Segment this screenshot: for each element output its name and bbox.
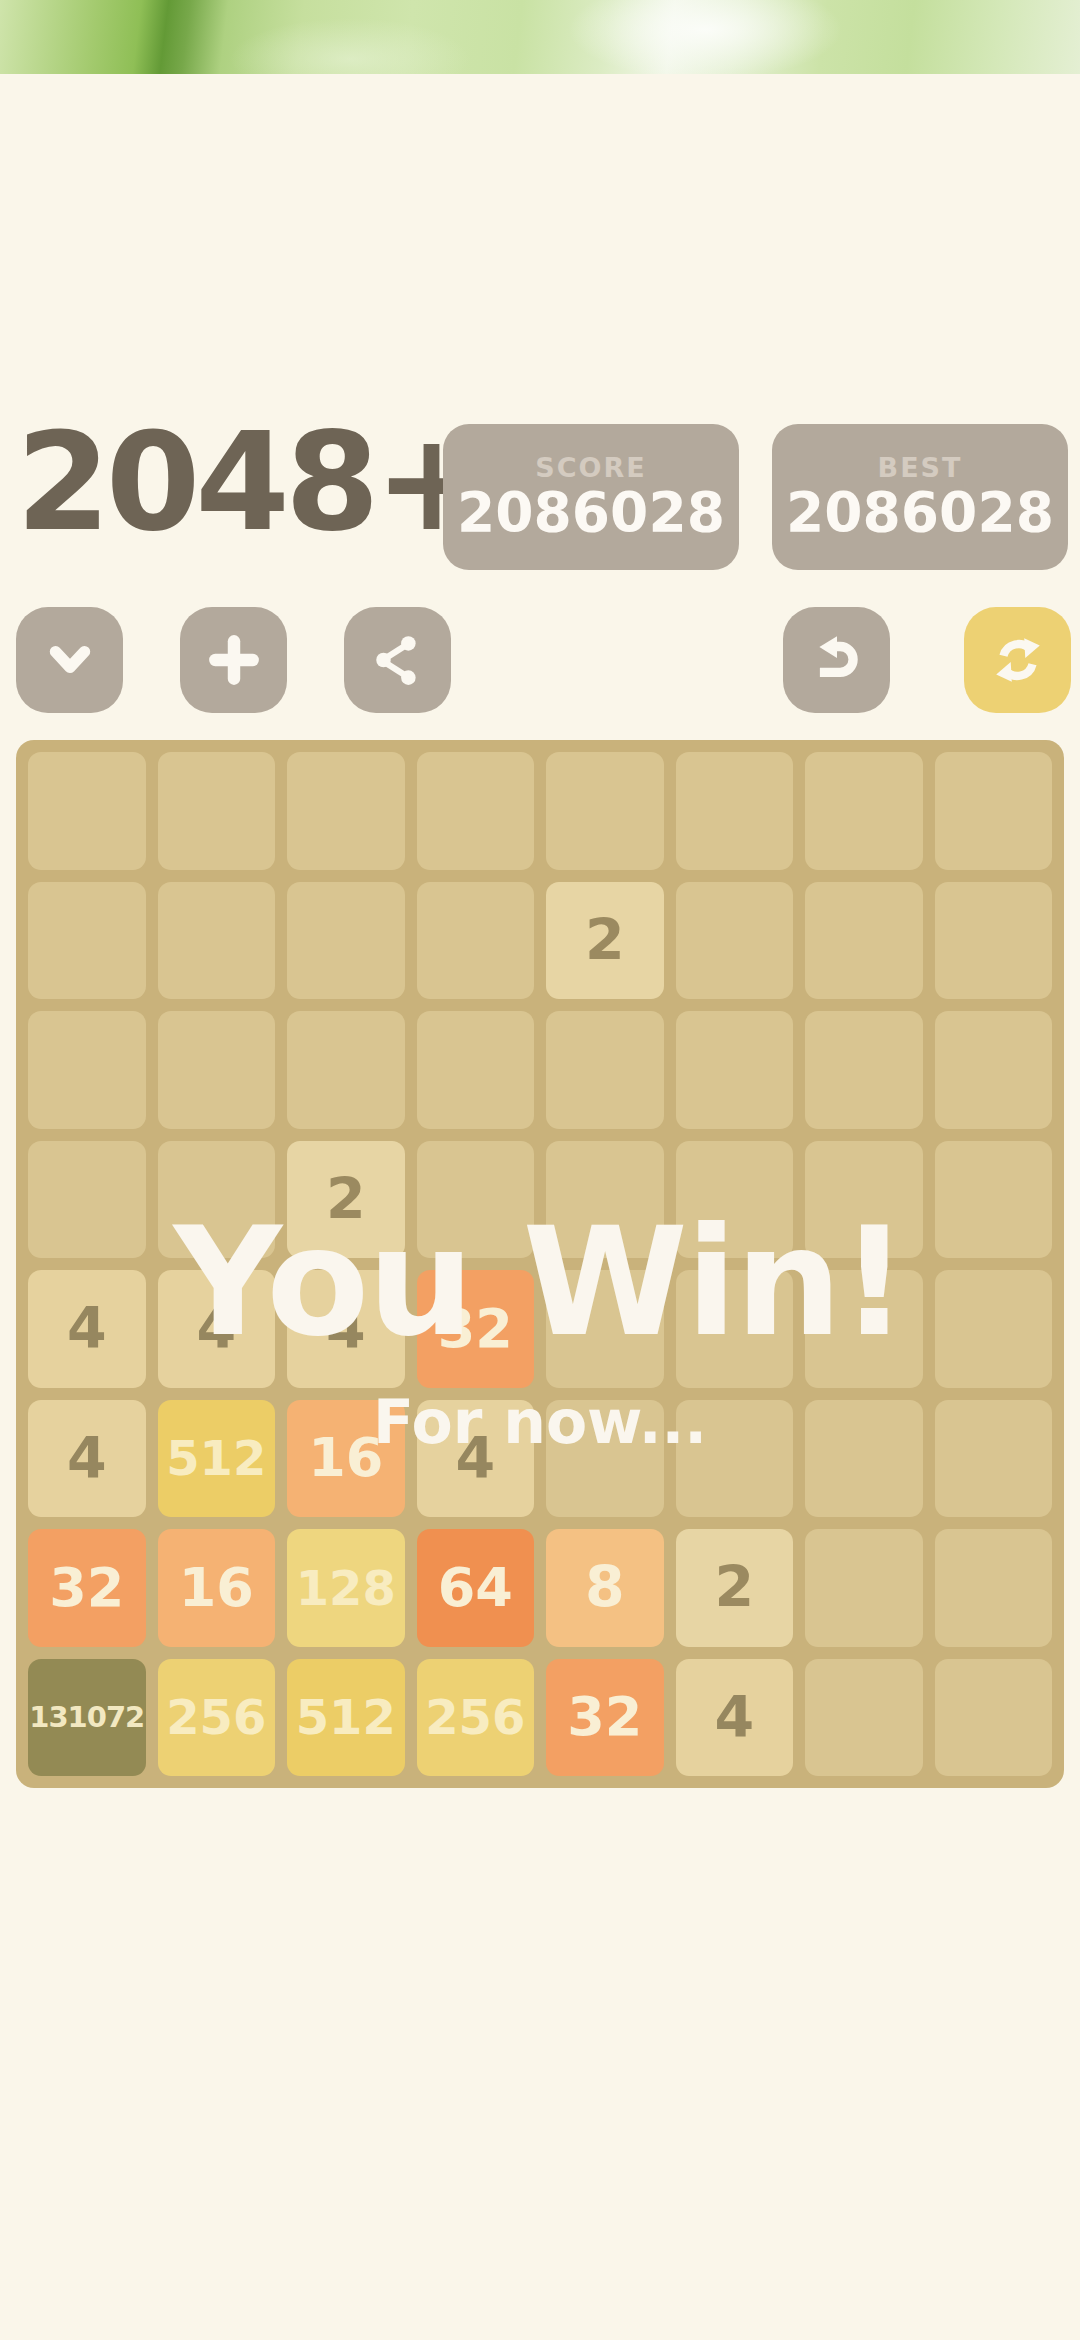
tile-32-r7c1: 32: [28, 1529, 146, 1647]
empty-cell-r2c1: [28, 882, 146, 1000]
empty-cell-r2c6: [676, 882, 794, 1000]
collapse-button[interactable]: [16, 607, 123, 713]
tile-16-r7c2: 16: [158, 1529, 276, 1647]
undo-button[interactable]: [783, 607, 890, 713]
best-label: BEST: [878, 454, 963, 481]
empty-cell-r1c6: [676, 752, 794, 870]
empty-cell-r3c7: [805, 1011, 923, 1129]
win-subtitle: For now...: [0, 1392, 1080, 1452]
add-button[interactable]: [180, 607, 287, 713]
share-icon: [370, 632, 426, 688]
empty-cell-r2c3: [287, 882, 405, 1000]
empty-cell-r2c2: [158, 882, 276, 1000]
empty-cell-r1c7: [805, 752, 923, 870]
empty-cell-r2c7: [805, 882, 923, 1000]
score-box: SCORE 2086028: [443, 424, 739, 570]
empty-cell-r3c1: [28, 1011, 146, 1129]
tile-4-r8c6: 4: [676, 1659, 794, 1777]
score-value: 2086028: [457, 485, 725, 540]
best-value: 2086028: [786, 485, 1054, 540]
win-title: You Win!: [0, 1196, 1080, 1369]
tile-512-r8c3: 512: [287, 1659, 405, 1777]
empty-cell-r1c5: [546, 752, 664, 870]
tile-64-r7c4: 64: [417, 1529, 535, 1647]
empty-cell-r8c8: [935, 1659, 1053, 1777]
tile-8-r7c5: 8: [546, 1529, 664, 1647]
undo-icon: [809, 632, 865, 688]
refresh-icon: [990, 632, 1046, 688]
empty-cell-r1c1: [28, 752, 146, 870]
empty-cell-r1c8: [935, 752, 1053, 870]
empty-cell-r2c8: [935, 882, 1053, 1000]
tile-256-r8c4: 256: [417, 1659, 535, 1777]
empty-cell-r1c2: [158, 752, 276, 870]
empty-cell-r1c4: [417, 752, 535, 870]
empty-cell-r8c7: [805, 1659, 923, 1777]
best-box: BEST 2086028: [772, 424, 1068, 570]
empty-cell-r3c5: [546, 1011, 664, 1129]
empty-cell-r1c3: [287, 752, 405, 870]
share-button[interactable]: [344, 607, 451, 713]
tile-128-r7c3: 128: [287, 1529, 405, 1647]
empty-cell-r7c7: [805, 1529, 923, 1647]
app-title: 2048+: [16, 414, 483, 550]
plus-icon: [206, 632, 262, 688]
tile-256-r8c2: 256: [158, 1659, 276, 1777]
tile-2-r7c6: 2: [676, 1529, 794, 1647]
empty-cell-r3c2: [158, 1011, 276, 1129]
empty-cell-r3c8: [935, 1011, 1053, 1129]
chevron-down-icon: [42, 632, 98, 688]
empty-cell-r2c4: [417, 882, 535, 1000]
top-banner-image: [0, 0, 1080, 74]
empty-cell-r7c8: [935, 1529, 1053, 1647]
app-screen: 2048+ SCORE 2086028 BEST 2086028: [0, 0, 1080, 2340]
tile-2-r2c5: 2: [546, 882, 664, 1000]
restart-button[interactable]: [964, 607, 1071, 713]
empty-cell-r3c6: [676, 1011, 794, 1129]
score-label: SCORE: [535, 454, 646, 481]
empty-cell-r3c4: [417, 1011, 535, 1129]
empty-cell-r3c3: [287, 1011, 405, 1129]
tile-32-r8c5: 32: [546, 1659, 664, 1777]
tile-131072-r8c1: 131072: [28, 1659, 146, 1777]
